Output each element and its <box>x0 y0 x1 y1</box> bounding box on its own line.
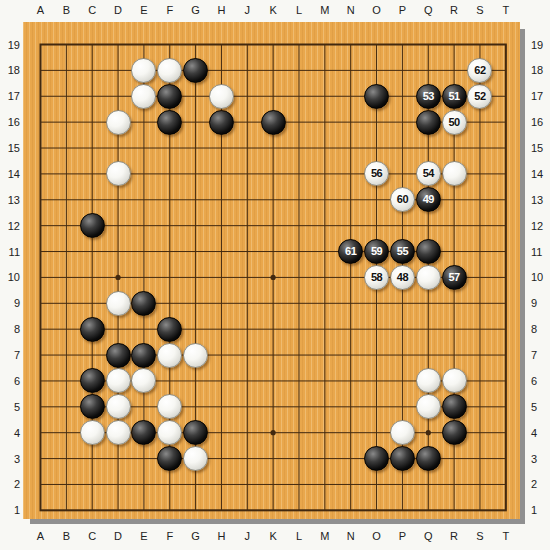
coord-label-bottom-Q: Q <box>419 529 437 543</box>
coord-label-top-R: R <box>445 3 463 17</box>
coord-label-top-B: B <box>57 3 75 17</box>
coord-label-top-K: K <box>264 3 282 17</box>
move-number: 55 <box>397 246 408 257</box>
stone-white-Q14: 54 <box>416 161 441 186</box>
coord-label-bottom-B: B <box>57 529 75 543</box>
coord-label-bottom-F: F <box>161 529 179 543</box>
coord-label-bottom-E: E <box>135 529 153 543</box>
move-number: 60 <box>397 194 408 205</box>
stone-white-Q10 <box>416 265 441 290</box>
coord-label-left-6: 6 <box>0 374 20 388</box>
stone-white-D4 <box>106 420 131 445</box>
stone-black-Q17: 53 <box>416 84 441 109</box>
coord-label-right-3: 3 <box>531 452 550 466</box>
move-number: 53 <box>423 91 434 102</box>
stone-white-F18 <box>157 58 182 83</box>
stone-white-D16 <box>106 110 131 135</box>
move-number: 48 <box>397 272 408 283</box>
coord-label-right-12: 12 <box>531 219 550 233</box>
stone-black-R17: 51 <box>442 84 467 109</box>
stone-black-Q16 <box>416 110 441 135</box>
coord-label-bottom-T: T <box>497 529 515 543</box>
coord-label-left-10: 10 <box>0 270 20 284</box>
coord-label-left-11: 11 <box>0 245 20 259</box>
move-number: 61 <box>345 246 356 257</box>
stone-white-D9 <box>106 291 131 316</box>
coord-label-top-H: H <box>212 3 230 17</box>
stone-black-F16 <box>157 110 182 135</box>
coord-label-left-16: 16 <box>0 115 20 129</box>
move-number: 57 <box>448 272 459 283</box>
coord-label-right-2: 2 <box>531 477 550 491</box>
stone-white-Q5 <box>416 394 441 419</box>
coord-label-top-D: D <box>109 3 127 17</box>
coord-label-left-13: 13 <box>0 193 20 207</box>
coord-label-bottom-M: M <box>316 529 334 543</box>
coord-label-right-13: 13 <box>531 193 550 207</box>
move-number: 62 <box>474 65 485 76</box>
coord-label-top-F: F <box>161 3 179 17</box>
coord-label-right-19: 19 <box>531 38 550 52</box>
stone-white-P10: 48 <box>390 265 415 290</box>
coord-label-left-12: 12 <box>0 219 20 233</box>
stone-black-E7 <box>131 343 156 368</box>
stone-white-E17 <box>131 84 156 109</box>
coord-label-left-14: 14 <box>0 167 20 181</box>
coord-label-top-T: T <box>497 3 515 17</box>
coord-label-right-11: 11 <box>531 245 550 259</box>
coord-label-right-6: 6 <box>531 374 550 388</box>
coord-label-left-17: 17 <box>0 89 20 103</box>
coord-label-left-8: 8 <box>0 322 20 336</box>
stone-black-R10: 57 <box>442 265 467 290</box>
stone-white-P4 <box>390 420 415 445</box>
coord-label-bottom-G: G <box>187 529 205 543</box>
stone-white-F7 <box>157 343 182 368</box>
stone-black-P3 <box>390 446 415 471</box>
coord-label-bottom-R: R <box>445 529 463 543</box>
coord-label-top-C: C <box>83 3 101 17</box>
coord-label-bottom-J: J <box>238 529 256 543</box>
star-point-D10 <box>115 275 120 280</box>
star-point-K4 <box>271 430 276 435</box>
stone-black-Q11 <box>416 239 441 264</box>
stone-black-R4 <box>442 420 467 445</box>
coord-label-right-15: 15 <box>531 141 550 155</box>
coord-label-top-O: O <box>368 3 386 17</box>
stone-black-Q3 <box>416 446 441 471</box>
coord-label-bottom-S: S <box>471 529 489 543</box>
coord-label-top-A: A <box>32 3 50 17</box>
stone-white-G3 <box>183 446 208 471</box>
stone-white-R6 <box>442 368 467 393</box>
coord-label-left-15: 15 <box>0 141 20 155</box>
coord-label-top-S: S <box>471 3 489 17</box>
move-number: 59 <box>371 246 382 257</box>
stone-black-C6 <box>80 368 105 393</box>
coord-label-right-16: 16 <box>531 115 550 129</box>
coord-label-top-N: N <box>342 3 360 17</box>
coord-label-left-9: 9 <box>0 296 20 310</box>
coord-label-top-E: E <box>135 3 153 17</box>
coord-label-right-9: 9 <box>531 296 550 310</box>
coord-label-right-4: 4 <box>531 426 550 440</box>
star-point-Q4 <box>426 430 431 435</box>
stone-white-D14 <box>106 161 131 186</box>
stone-white-O10: 58 <box>364 265 389 290</box>
stone-black-O11: 59 <box>364 239 389 264</box>
coord-label-right-18: 18 <box>531 63 550 77</box>
coord-label-right-10: 10 <box>531 270 550 284</box>
coord-label-top-J: J <box>238 3 256 17</box>
move-number: 50 <box>448 117 459 128</box>
coord-label-bottom-D: D <box>109 529 127 543</box>
coord-label-bottom-P: P <box>393 529 411 543</box>
stone-black-K16 <box>261 110 286 135</box>
coord-label-right-5: 5 <box>531 400 550 414</box>
coord-label-top-M: M <box>316 3 334 17</box>
stone-black-C8 <box>80 317 105 342</box>
stone-black-O3 <box>364 446 389 471</box>
coord-label-bottom-C: C <box>83 529 101 543</box>
stone-black-O17 <box>364 84 389 109</box>
coord-label-left-2: 2 <box>0 477 20 491</box>
star-point-K10 <box>271 275 276 280</box>
stone-white-G7 <box>183 343 208 368</box>
coord-label-bottom-L: L <box>290 529 308 543</box>
stone-white-C4 <box>80 420 105 445</box>
coord-label-left-18: 18 <box>0 63 20 77</box>
coord-label-right-8: 8 <box>531 322 550 336</box>
coord-label-top-L: L <box>290 3 308 17</box>
coord-label-top-P: P <box>393 3 411 17</box>
stone-black-C5 <box>80 394 105 419</box>
stone-black-C12 <box>80 213 105 238</box>
stone-white-H17 <box>209 84 234 109</box>
stone-black-P11: 55 <box>390 239 415 264</box>
coord-label-right-14: 14 <box>531 167 550 181</box>
coord-label-bottom-K: K <box>264 529 282 543</box>
move-number: 49 <box>423 194 434 205</box>
coord-label-bottom-O: O <box>368 529 386 543</box>
coord-label-left-3: 3 <box>0 452 20 466</box>
move-number: 51 <box>448 91 459 102</box>
go-board[interactable]: 495153555759614850525456586062 <box>23 22 520 519</box>
coord-label-right-7: 7 <box>531 348 550 362</box>
stone-white-R16: 50 <box>442 110 467 135</box>
move-number: 54 <box>423 168 434 179</box>
stone-black-G18 <box>183 58 208 83</box>
stone-black-R5 <box>442 394 467 419</box>
stone-black-Q13: 49 <box>416 187 441 212</box>
coord-label-bottom-N: N <box>342 529 360 543</box>
stone-black-F8 <box>157 317 182 342</box>
coord-label-top-Q: Q <box>419 3 437 17</box>
coord-label-right-1: 1 <box>531 503 550 517</box>
coord-label-bottom-A: A <box>32 529 50 543</box>
go-diagram-page: { "game": "go", "board_size": 19, "diagr… <box>0 0 550 550</box>
coord-label-left-7: 7 <box>0 348 20 362</box>
coord-label-left-19: 19 <box>0 38 20 52</box>
coord-label-left-1: 1 <box>0 503 20 517</box>
move-number: 56 <box>371 168 382 179</box>
move-number: 52 <box>474 91 485 102</box>
stone-black-H16 <box>209 110 234 135</box>
coord-label-top-G: G <box>187 3 205 17</box>
stone-white-P13: 60 <box>390 187 415 212</box>
move-number: 58 <box>371 272 382 283</box>
stone-white-R14 <box>442 161 467 186</box>
coord-label-right-17: 17 <box>531 89 550 103</box>
stone-black-F17 <box>157 84 182 109</box>
stone-white-D6 <box>106 368 131 393</box>
coord-label-bottom-H: H <box>212 529 230 543</box>
coord-label-left-5: 5 <box>0 400 20 414</box>
stone-black-D7 <box>106 343 131 368</box>
stone-white-D5 <box>106 394 131 419</box>
coord-label-left-4: 4 <box>0 426 20 440</box>
